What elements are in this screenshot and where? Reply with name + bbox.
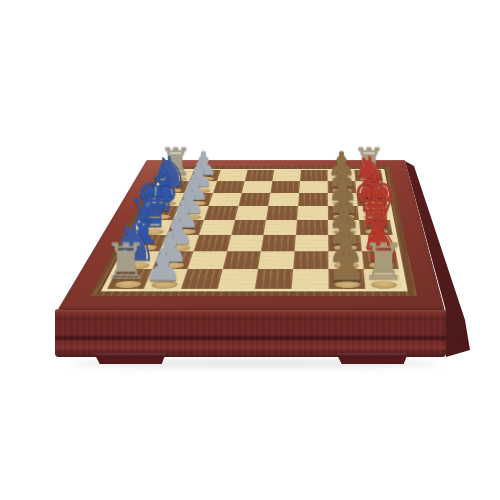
square bbox=[268, 193, 299, 206]
square bbox=[242, 181, 273, 193]
square bbox=[213, 181, 245, 193]
square bbox=[189, 170, 220, 181]
piece-glyph: ♜ bbox=[351, 238, 416, 288]
square bbox=[299, 181, 328, 193]
square bbox=[270, 181, 300, 193]
board-plinth bbox=[55, 309, 446, 357]
square bbox=[300, 170, 328, 181]
square bbox=[238, 193, 270, 206]
square bbox=[209, 193, 242, 206]
square bbox=[217, 170, 247, 181]
square bbox=[266, 206, 298, 220]
piece-white-pawn: ♟ bbox=[144, 269, 187, 289]
piece-glyph: ♟ bbox=[130, 244, 195, 288]
square bbox=[245, 170, 274, 181]
square bbox=[235, 206, 268, 220]
piece-black-rook: ♜ bbox=[364, 269, 403, 289]
plinth-wood-grain bbox=[55, 309, 446, 357]
square bbox=[272, 170, 301, 181]
square bbox=[328, 170, 356, 181]
board-plane: ♜♟♟♜♞♟♟♞♝♟♟♝♚♟♟♚♛♟♟♛♝♟♟♝♞♟♟♞♜♟♟♜ bbox=[57, 160, 445, 310]
plinth-foot-right bbox=[336, 353, 408, 364]
plinth-foot-left bbox=[94, 353, 166, 364]
chess-set-product-photo: ♜♟♟♜♞♟♟♞♝♟♟♝♚♟♟♚♛♟♟♛♝♟♟♝♞♟♟♞♜♟♟♜ bbox=[0, 0, 500, 500]
